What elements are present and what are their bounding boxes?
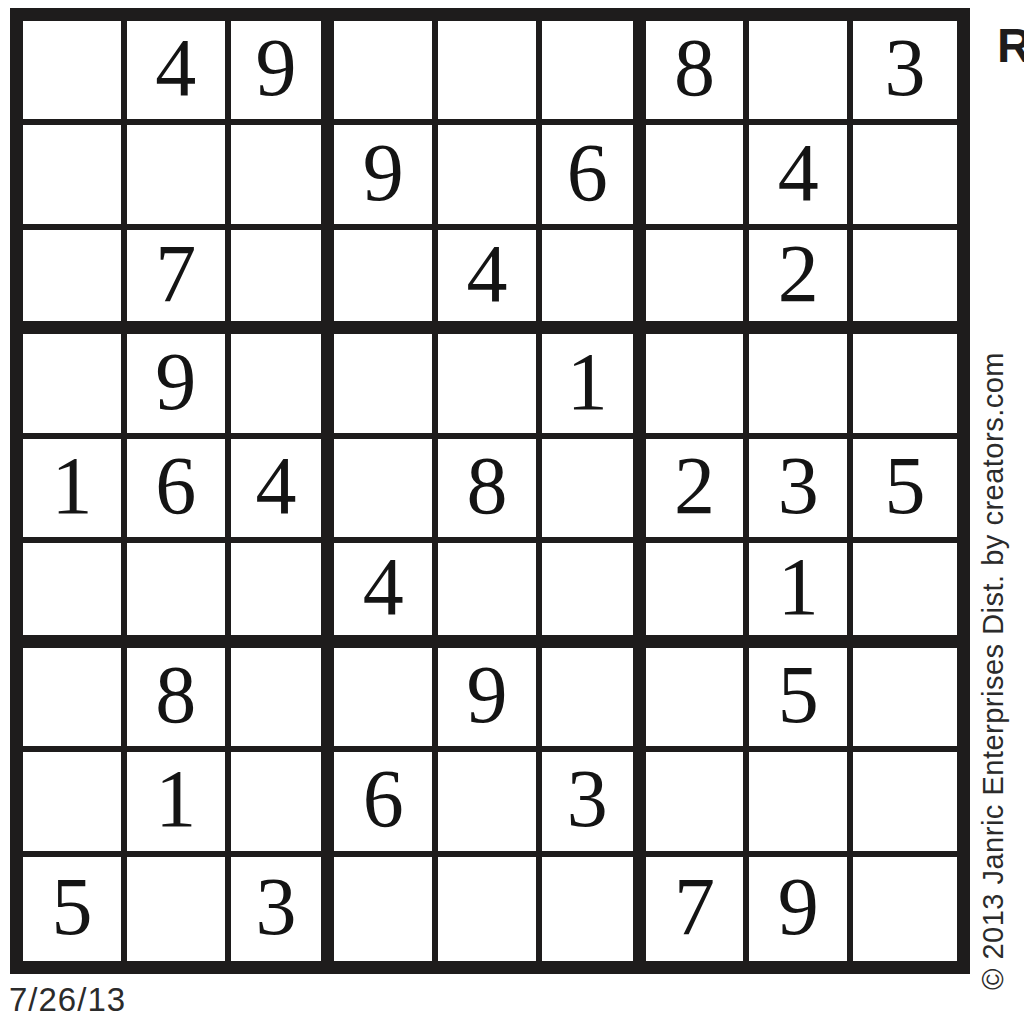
cell-r6c7[interactable] — [646, 543, 750, 647]
sudoku-board: 4983964742911648235418951635379 — [10, 8, 970, 974]
puzzle-date: 7/26/13 — [9, 981, 126, 1019]
cell-r4c1[interactable] — [23, 334, 127, 438]
cell-r5c4[interactable] — [334, 439, 438, 543]
cell-r7c5[interactable]: 9 — [438, 648, 542, 752]
cell-r3c1[interactable] — [23, 230, 127, 334]
cell-r6c6[interactable] — [542, 543, 646, 647]
cell-r2c7[interactable] — [646, 125, 750, 229]
cell-r1c4[interactable] — [334, 21, 438, 125]
cell-r3c2[interactable]: 7 — [127, 230, 231, 334]
cell-r5c2[interactable]: 6 — [127, 439, 231, 543]
cell-r5c9[interactable]: 5 — [853, 439, 957, 543]
cell-r3c8[interactable]: 2 — [749, 230, 853, 334]
cell-r4c4[interactable] — [334, 334, 438, 438]
cell-r2c1[interactable] — [23, 125, 127, 229]
cell-r3c9[interactable] — [853, 230, 957, 334]
copyright-vertical-text: © 2013 Janric Enterprises Dist. by creat… — [977, 352, 1009, 990]
cell-r6c1[interactable] — [23, 543, 127, 647]
cell-r6c4[interactable]: 4 — [334, 543, 438, 647]
cell-r1c7[interactable]: 8 — [646, 21, 750, 125]
cell-r1c3[interactable]: 9 — [231, 21, 335, 125]
cell-r8c4[interactable]: 6 — [334, 752, 438, 856]
cell-r8c9[interactable] — [853, 752, 957, 856]
cell-r7c3[interactable] — [231, 648, 335, 752]
cell-r4c5[interactable] — [438, 334, 542, 438]
cell-r5c1[interactable]: 1 — [23, 439, 127, 543]
cell-r5c5[interactable]: 8 — [438, 439, 542, 543]
cell-r9c2[interactable] — [127, 857, 231, 961]
partial-letter-r: R — [997, 18, 1024, 73]
cell-r9c3[interactable]: 3 — [231, 857, 335, 961]
cell-r5c6[interactable] — [542, 439, 646, 543]
cell-r7c7[interactable] — [646, 648, 750, 752]
cell-r5c7[interactable]: 2 — [646, 439, 750, 543]
cell-r9c1[interactable]: 5 — [23, 857, 127, 961]
cell-r6c3[interactable] — [231, 543, 335, 647]
cell-r1c8[interactable] — [749, 21, 853, 125]
cell-r9c8[interactable]: 9 — [749, 857, 853, 961]
cell-r1c9[interactable]: 3 — [853, 21, 957, 125]
cell-r7c2[interactable]: 8 — [127, 648, 231, 752]
cell-r7c4[interactable] — [334, 648, 438, 752]
cell-r2c8[interactable]: 4 — [749, 125, 853, 229]
cell-r9c4[interactable] — [334, 857, 438, 961]
cell-r9c6[interactable] — [542, 857, 646, 961]
cell-r8c5[interactable] — [438, 752, 542, 856]
cell-r7c9[interactable] — [853, 648, 957, 752]
cell-r2c6[interactable]: 6 — [542, 125, 646, 229]
cell-r1c1[interactable] — [23, 21, 127, 125]
cell-r6c8[interactable]: 1 — [749, 543, 853, 647]
cell-r9c5[interactable] — [438, 857, 542, 961]
cell-r3c6[interactable] — [542, 230, 646, 334]
cell-r9c7[interactable]: 7 — [646, 857, 750, 961]
sudoku-page: 4983964742911648235418951635379 7/26/13 … — [0, 0, 1024, 1024]
cell-r5c3[interactable]: 4 — [231, 439, 335, 543]
cell-r8c7[interactable] — [646, 752, 750, 856]
cell-r4c6[interactable]: 1 — [542, 334, 646, 438]
cell-r6c5[interactable] — [438, 543, 542, 647]
cell-r5c8[interactable]: 3 — [749, 439, 853, 543]
cell-r1c5[interactable] — [438, 21, 542, 125]
cell-r2c4[interactable]: 9 — [334, 125, 438, 229]
cell-r3c3[interactable] — [231, 230, 335, 334]
cell-r2c2[interactable] — [127, 125, 231, 229]
cell-r8c6[interactable]: 3 — [542, 752, 646, 856]
cell-r1c2[interactable]: 4 — [127, 21, 231, 125]
cell-r8c8[interactable] — [749, 752, 853, 856]
cell-r2c5[interactable] — [438, 125, 542, 229]
cell-r4c9[interactable] — [853, 334, 957, 438]
cell-r1c6[interactable] — [542, 21, 646, 125]
cell-r6c2[interactable] — [127, 543, 231, 647]
cell-r8c3[interactable] — [231, 752, 335, 856]
cell-r4c3[interactable] — [231, 334, 335, 438]
cell-r2c9[interactable] — [853, 125, 957, 229]
cell-r8c2[interactable]: 1 — [127, 752, 231, 856]
cell-r4c7[interactable] — [646, 334, 750, 438]
cell-r8c1[interactable] — [23, 752, 127, 856]
cell-r4c2[interactable]: 9 — [127, 334, 231, 438]
cell-r6c9[interactable] — [853, 543, 957, 647]
cell-r4c8[interactable] — [749, 334, 853, 438]
cell-r3c7[interactable] — [646, 230, 750, 334]
cell-r3c4[interactable] — [334, 230, 438, 334]
cell-r7c8[interactable]: 5 — [749, 648, 853, 752]
cell-r7c1[interactable] — [23, 648, 127, 752]
cell-r7c6[interactable] — [542, 648, 646, 752]
cell-r9c9[interactable] — [853, 857, 957, 961]
cell-r3c5[interactable]: 4 — [438, 230, 542, 334]
cell-r2c3[interactable] — [231, 125, 335, 229]
